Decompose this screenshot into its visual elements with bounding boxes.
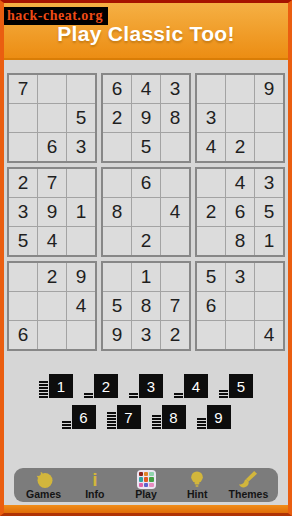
toolbar-item-play[interactable]: Play: [120, 470, 171, 501]
cell-r5c1[interactable]: 3: [9, 198, 37, 226]
toolbar-item-hint[interactable]: Hint: [172, 470, 223, 501]
board-block: 4326581: [195, 167, 285, 257]
cell-r6c5[interactable]: 2: [132, 227, 160, 255]
cell-r2c4[interactable]: 2: [103, 104, 131, 132]
cell-r8c4[interactable]: 5: [103, 292, 131, 320]
remaining-tally: [129, 392, 138, 398]
cell-r3c5[interactable]: 5: [132, 133, 160, 161]
cell-r4c5[interactable]: 6: [132, 169, 160, 197]
keypad-row-2: 6789: [62, 405, 231, 429]
cell-r9c8[interactable]: [226, 321, 254, 349]
remaining-tally: [107, 411, 116, 429]
page-title: Play Classic Too!: [57, 22, 234, 58]
cell-r3c8[interactable]: 2: [226, 133, 254, 161]
cell-r2c8[interactable]: [226, 104, 254, 132]
cell-r7c1[interactable]: [9, 263, 37, 291]
board-block: 2739154: [7, 167, 97, 257]
remaining-tally: [197, 417, 206, 429]
app-screen: hack-cheat.org Play Classic Too! 7563643…: [0, 0, 292, 516]
remaining-tally: [152, 414, 161, 429]
toolbar-item-label: Info: [85, 489, 104, 500]
cell-r6c8[interactable]: 8: [226, 227, 254, 255]
cell-r4c8[interactable]: 4: [226, 169, 254, 197]
cell-r6c1[interactable]: 5: [9, 227, 37, 255]
cell-r7c4[interactable]: [103, 263, 131, 291]
info-icon: i: [92, 471, 97, 488]
cell-r9c6[interactable]: 2: [161, 321, 189, 349]
cell-r2c2[interactable]: [38, 104, 66, 132]
cell-r2c5[interactable]: 9: [132, 104, 160, 132]
cell-r1c4[interactable]: 6: [103, 75, 131, 103]
digit-button-5[interactable]: 5: [219, 374, 253, 398]
digit-button-8[interactable]: 8: [152, 405, 186, 429]
digit-button-1[interactable]: 1: [39, 374, 73, 398]
board-block: 7563: [7, 73, 97, 163]
toolbar-item-label: Games: [26, 489, 61, 500]
cell-r5c4[interactable]: 8: [103, 198, 131, 226]
header-banner: hack-cheat.org Play Classic Too!: [4, 3, 288, 60]
cell-r1c8[interactable]: [226, 75, 254, 103]
digit-label: 5: [229, 374, 253, 398]
cell-r7c8[interactable]: 3: [226, 263, 254, 291]
digit-button-6[interactable]: 6: [62, 405, 96, 429]
cell-r2c7[interactable]: 3: [197, 104, 225, 132]
cell-r8c3[interactable]: 4: [67, 292, 95, 320]
cell-r7c7[interactable]: 5: [197, 263, 225, 291]
digit-button-9[interactable]: 9: [197, 405, 231, 429]
hint-icon: [188, 471, 206, 488]
cell-r1c1[interactable]: 7: [9, 75, 37, 103]
cell-r4c6[interactable]: [161, 169, 189, 197]
cell-r3c2[interactable]: 6: [38, 133, 66, 161]
toolbar-item-themes[interactable]: Themes: [223, 470, 274, 501]
watermark: hack-cheat.org: [4, 7, 108, 25]
board-block: 6432985: [101, 73, 191, 163]
remaining-tally: [174, 392, 183, 398]
cell-r5c2[interactable]: 9: [38, 198, 66, 226]
cell-r3c1[interactable]: [9, 133, 37, 161]
digit-label: 1: [49, 374, 73, 398]
cell-r3c4[interactable]: [103, 133, 131, 161]
cell-r4c9[interactable]: 3: [255, 169, 283, 197]
cell-r8c7[interactable]: 6: [197, 292, 225, 320]
cell-r1c9[interactable]: 9: [255, 75, 283, 103]
digit-button-3[interactable]: 3: [129, 374, 163, 398]
cell-r2c3[interactable]: 5: [67, 104, 95, 132]
cell-r6c6[interactable]: [161, 227, 189, 255]
cell-r7c2[interactable]: 2: [38, 263, 66, 291]
cell-r9c2[interactable]: [38, 321, 66, 349]
remaining-tally: [39, 380, 48, 398]
board-block: 6842: [101, 167, 191, 257]
remaining-tally: [84, 392, 93, 398]
cell-r3c3[interactable]: 3: [67, 133, 95, 161]
cell-r5c3[interactable]: 1: [67, 198, 95, 226]
games-icon: [33, 471, 55, 488]
cell-r7c3[interactable]: 9: [67, 263, 95, 291]
toolbar-item-label: Play: [135, 489, 157, 500]
digit-label: 8: [162, 405, 186, 429]
board-block: 9342: [195, 73, 285, 163]
cell-r8c2[interactable]: [38, 292, 66, 320]
board-block: 5364: [195, 261, 285, 351]
cell-r9c9[interactable]: 4: [255, 321, 283, 349]
cell-r5c9[interactable]: 5: [255, 198, 283, 226]
digit-label: 3: [139, 374, 163, 398]
play-icon: [137, 471, 156, 488]
remaining-tally: [62, 420, 71, 429]
digit-button-7[interactable]: 7: [107, 405, 141, 429]
cell-r3c7[interactable]: 4: [197, 133, 225, 161]
keypad-row-1: 12345: [39, 374, 253, 398]
cell-r3c9[interactable]: [255, 133, 283, 161]
cell-r5c6[interactable]: 4: [161, 198, 189, 226]
cell-r3c6[interactable]: [161, 133, 189, 161]
cell-r5c5[interactable]: [132, 198, 160, 226]
cell-r2c1[interactable]: [9, 104, 37, 132]
digit-button-4[interactable]: 4: [174, 374, 208, 398]
remaining-tally: [219, 389, 228, 398]
toolbar-item-label: Hint: [187, 489, 207, 500]
cell-r2c9[interactable]: [255, 104, 283, 132]
cell-r8c6[interactable]: 7: [161, 292, 189, 320]
cell-r9c7[interactable]: [197, 321, 225, 349]
main-area: 7563643298593422739154684243265812946158…: [4, 60, 288, 505]
cell-r6c4[interactable]: [103, 227, 131, 255]
cell-r9c5[interactable]: 3: [132, 321, 160, 349]
cell-r6c7[interactable]: [197, 227, 225, 255]
cell-r1c7[interactable]: [197, 75, 225, 103]
cell-r4c4[interactable]: [103, 169, 131, 197]
board-block: 2946: [7, 261, 97, 351]
cell-r9c1[interactable]: 6: [9, 321, 37, 349]
cell-r6c3[interactable]: [67, 227, 95, 255]
cell-r4c1[interactable]: 2: [9, 169, 37, 197]
cell-r5c7[interactable]: 2: [197, 198, 225, 226]
cell-r1c5[interactable]: 4: [132, 75, 160, 103]
cell-r7c5[interactable]: 1: [132, 263, 160, 291]
sudoku-board: 7563643298593422739154684243265812946158…: [7, 73, 285, 351]
digit-label: 9: [207, 405, 231, 429]
cell-r8c9[interactable]: [255, 292, 283, 320]
cell-r8c8[interactable]: [226, 292, 254, 320]
cell-r1c6[interactable]: 3: [161, 75, 189, 103]
number-keypad: 12345 6789: [39, 351, 253, 429]
cell-r9c3[interactable]: [67, 321, 95, 349]
digit-label: 2: [94, 374, 118, 398]
toolbar-item-label: Themes: [229, 489, 269, 500]
digit-label: 6: [72, 405, 96, 429]
digit-label: 7: [117, 405, 141, 429]
toolbar-item-games[interactable]: Games: [18, 470, 69, 501]
cell-r8c1[interactable]: [9, 292, 37, 320]
cell-r7c9[interactable]: [255, 263, 283, 291]
cell-r6c9[interactable]: 1: [255, 227, 283, 255]
digit-button-2[interactable]: 2: [84, 374, 118, 398]
themes-icon: [238, 471, 258, 488]
cell-r4c7[interactable]: [197, 169, 225, 197]
cell-r9c4[interactable]: 9: [103, 321, 131, 349]
footer-strip: [4, 505, 288, 513]
cell-r6c2[interactable]: 4: [38, 227, 66, 255]
cell-r1c2[interactable]: [38, 75, 66, 103]
cell-r5c8[interactable]: 6: [226, 198, 254, 226]
cell-r1c3[interactable]: [67, 75, 95, 103]
bottom-toolbar: Games i Info Play: [14, 468, 278, 502]
toolbar-item-info[interactable]: i Info: [69, 470, 120, 501]
cell-r8c5[interactable]: 8: [132, 292, 160, 320]
cell-r7c6[interactable]: [161, 263, 189, 291]
cell-r4c2[interactable]: 7: [38, 169, 66, 197]
cell-r4c3[interactable]: [67, 169, 95, 197]
cell-r2c6[interactable]: 8: [161, 104, 189, 132]
board-block: 1587932: [101, 261, 191, 351]
digit-label: 4: [184, 374, 208, 398]
